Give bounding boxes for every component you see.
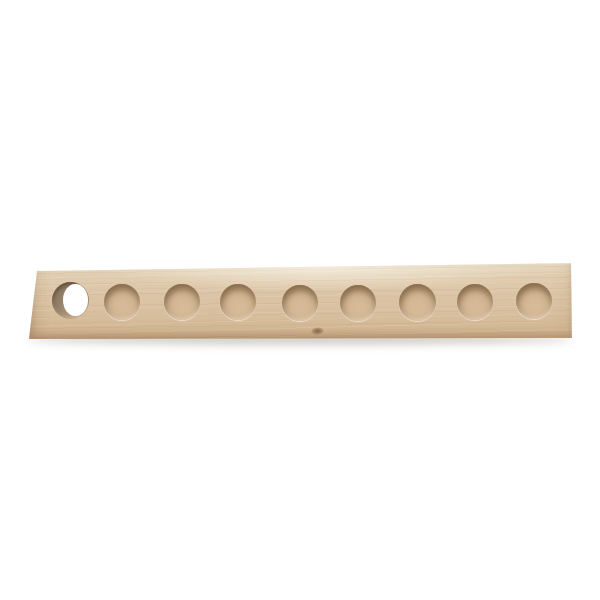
product-photo-background — [0, 0, 600, 600]
pit-recess-3[interactable] — [164, 284, 200, 320]
pit-recess-6[interactable] — [340, 285, 376, 321]
through-hole-opening — [63, 284, 88, 317]
pit-through-hole[interactable] — [52, 282, 89, 319]
pit-recess-4[interactable] — [220, 284, 256, 320]
wood-knot — [308, 325, 326, 336]
pit-recess-5[interactable] — [282, 285, 318, 321]
wooden-board — [29, 262, 572, 339]
pit-recess-8[interactable] — [457, 284, 493, 320]
pit-recess-7[interactable] — [399, 284, 436, 321]
pit-recess-9[interactable] — [516, 283, 552, 319]
pit-recess-2[interactable] — [104, 284, 140, 320]
